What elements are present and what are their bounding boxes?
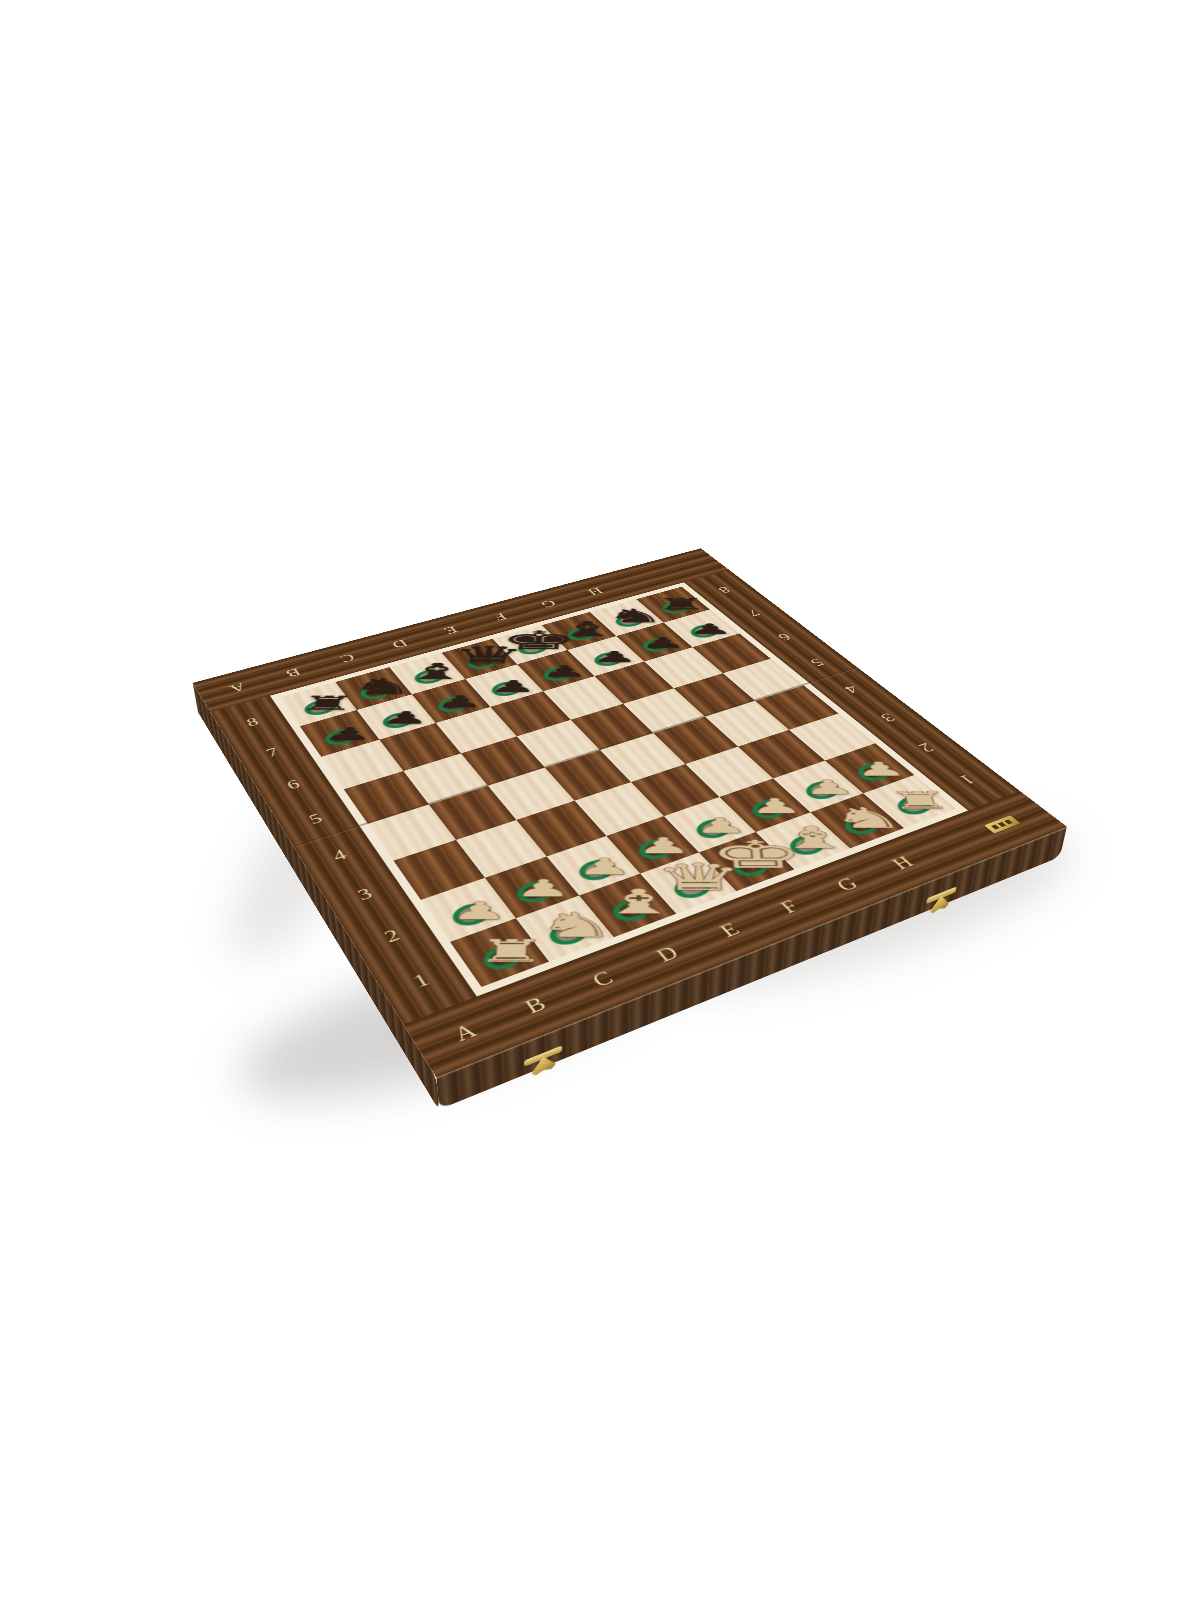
square-a4[interactable] [368, 804, 456, 860]
piece-black-pawn-a7[interactable]: ♟ [287, 725, 410, 743]
felt-ring [475, 939, 532, 976]
piece-white-pawn-g2[interactable]: ♟ [765, 777, 893, 797]
felt-ring [744, 795, 795, 824]
piece-white-knight-g1[interactable]: ♞ [801, 804, 936, 832]
piece-white-rook-h1[interactable]: ♜ [854, 789, 987, 813]
square-b3[interactable] [456, 820, 547, 878]
felt-ring [724, 850, 778, 882]
square-g1[interactable]: ♞ [810, 793, 904, 848]
square-a3[interactable] [393, 840, 484, 900]
felt-ring [781, 830, 834, 860]
felt-ring [666, 871, 720, 904]
square-g2[interactable]: ♟ [773, 761, 863, 813]
square-c3[interactable] [516, 801, 606, 857]
square-e2[interactable]: ♟ [664, 797, 756, 852]
felt-ring [571, 854, 624, 886]
felt-ring [688, 814, 740, 844]
square-f3[interactable] [685, 747, 773, 797]
square-d4[interactable] [545, 750, 631, 801]
square-c4[interactable] [488, 768, 575, 820]
piece-white-rook-a1[interactable]: ♜ [438, 936, 583, 967]
piece-white-knight-b1[interactable]: ♞ [505, 908, 647, 942]
piece-white-bishop-f1[interactable]: ♝ [746, 823, 882, 853]
felt-ring [541, 916, 597, 951]
square-e1[interactable]: ♚ [699, 832, 794, 891]
square-b5[interactable] [403, 753, 487, 804]
felt-ring [445, 897, 500, 931]
chess-board: ABCDEFGH ABCDEFGH 12345678 12345678 ♜♞♝♛… [193, 548, 1067, 1077]
felt-ring [798, 777, 849, 805]
square-b4[interactable] [429, 786, 516, 840]
piece-white-pawn-f2[interactable]: ♟ [711, 796, 841, 816]
square-b2[interactable]: ♟ [485, 856, 579, 918]
square-d2[interactable]: ♟ [606, 816, 699, 873]
piece-white-pawn-b2[interactable]: ♟ [474, 877, 611, 901]
board-top-surface: ABCDEFGH ABCDEFGH 12345678 12345678 ♜♞♝♛… [193, 548, 1067, 1077]
felt-ring [604, 893, 659, 927]
piece-white-king-e1[interactable]: ♚ [689, 836, 826, 874]
piece-white-pawn-c2[interactable]: ♟ [537, 855, 672, 878]
brand-plaque-icon [984, 815, 1020, 833]
square-f2[interactable]: ♟ [719, 778, 810, 832]
square-e3[interactable] [631, 764, 719, 816]
square-d3[interactable] [575, 782, 664, 836]
piece-white-bishop-c1[interactable]: ♝ [570, 885, 709, 919]
felt-ring [631, 834, 684, 865]
square-c2[interactable]: ♟ [547, 836, 640, 896]
felt-ring [889, 791, 941, 819]
square-a2[interactable]: ♟ [421, 878, 516, 942]
felt-ring [509, 875, 563, 908]
product-photo: ABCDEFGH ABCDEFGH 12345678 12345678 ♜♞♝♛… [0, 0, 1200, 1600]
square-f1[interactable]: ♝ [756, 812, 850, 869]
felt-ring [836, 810, 888, 839]
piece-white-pawn-d2[interactable]: ♟ [598, 835, 730, 857]
piece-white-pawn-a2[interactable]: ♟ [408, 899, 549, 923]
piece-white-pawn-e2[interactable]: ♟ [656, 815, 787, 836]
brass-clasp-icon [524, 1044, 563, 1080]
piece-white-queen-d1[interactable]: ♛ [631, 859, 769, 896]
